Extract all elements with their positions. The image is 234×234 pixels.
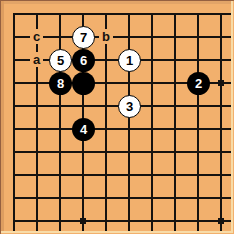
move-number: 8: [57, 77, 64, 90]
stone-white-5: 5: [49, 49, 72, 72]
grid-line-vertical: [174, 13, 176, 231]
move-number: 7: [80, 31, 87, 44]
grid-line-vertical: [36, 13, 38, 231]
move-number: 3: [126, 100, 133, 113]
grid-line-vertical: [151, 13, 153, 231]
move-number: 2: [195, 77, 202, 90]
grid-line-vertical: [13, 13, 15, 231]
board-grid: cba12345678: [1, 1, 234, 234]
stone-black-6: 6: [72, 49, 95, 72]
move-number: 4: [80, 123, 87, 136]
grid-line-vertical: [128, 13, 130, 231]
move-number: 6: [80, 54, 87, 67]
point-label-b: b: [99, 29, 113, 44]
stone-white-1: 1: [118, 49, 141, 72]
stone-white-3: 3: [118, 95, 141, 118]
grid-line-vertical: [197, 13, 199, 231]
stone-black-plain: [72, 72, 95, 95]
stone-black-2: 2: [187, 72, 210, 95]
go-board: cba12345678: [0, 0, 234, 234]
move-number: 5: [57, 54, 64, 67]
star-point: [80, 218, 86, 224]
star-point: [218, 80, 224, 86]
stone-white-7: 7: [72, 26, 95, 49]
move-number: 1: [126, 54, 133, 67]
grid-line-vertical: [59, 13, 61, 231]
grid-line-vertical: [220, 13, 222, 231]
point-label-a: a: [30, 52, 43, 67]
stone-black-4: 4: [72, 118, 95, 141]
stone-black-8: 8: [49, 72, 72, 95]
star-point: [218, 218, 224, 224]
grid-line-vertical: [105, 13, 107, 231]
point-label-c: c: [30, 29, 43, 44]
